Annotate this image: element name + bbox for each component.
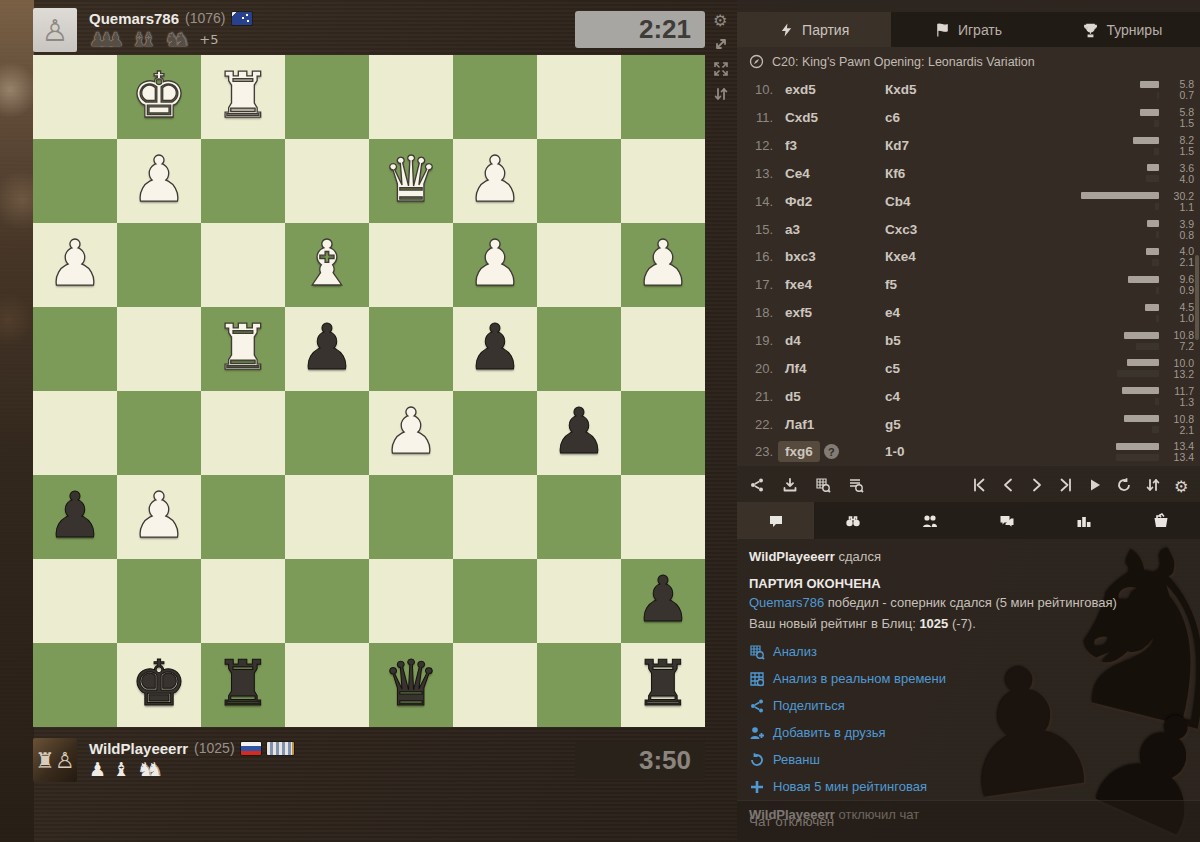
- restart-button[interactable]: [1114, 475, 1134, 495]
- tab-Играть[interactable]: Играть: [891, 12, 1045, 47]
- share-icon: [749, 698, 765, 714]
- square-r8c2[interactable]: ♚: [117, 643, 201, 727]
- white-bishop[interactable]: ♝: [285, 223, 369, 305]
- add-friend-icon: [749, 725, 765, 741]
- square-r4c1[interactable]: [33, 307, 117, 391]
- move-row: 23.fxg6?1-013.413.4: [737, 438, 1200, 466]
- square-r6c3[interactable]: [201, 475, 285, 559]
- black-move[interactable]: b5: [885, 333, 1003, 348]
- white-move[interactable]: Фd2: [785, 194, 812, 209]
- move-row: 10.exd5Кxd55.80.7: [737, 76, 1200, 104]
- question-badge-icon[interactable]: ?: [824, 444, 839, 459]
- black-move[interactable]: c5: [885, 361, 1003, 376]
- chat-input[interactable]: Чат отключен: [737, 800, 1200, 842]
- link-label: Новая 5 мин рейтинговая: [773, 779, 927, 795]
- move-time: 2.1: [1164, 424, 1194, 436]
- square-r7c5[interactable]: [369, 559, 453, 643]
- chess-photo-icon: ♜♙: [35, 748, 74, 773]
- next-button[interactable]: [1027, 475, 1047, 495]
- move-number: 23.: [737, 444, 773, 459]
- black-time-bar: [1156, 315, 1159, 322]
- flip-button[interactable]: [1143, 475, 1163, 495]
- square-r5c6[interactable]: [453, 391, 537, 475]
- square-r6c7[interactable]: [537, 475, 621, 559]
- white-pawn[interactable]: ♟: [117, 475, 201, 557]
- black-move[interactable]: c4: [885, 389, 1003, 404]
- square-r2c7[interactable]: [537, 139, 621, 223]
- link-label: Поделиться: [773, 698, 845, 714]
- social-tab-bubble[interactable]: [737, 502, 814, 539]
- social-tab-binoculars[interactable]: [814, 502, 891, 539]
- black-move[interactable]: g5: [885, 417, 1003, 432]
- player-name[interactable]: WildPlayeeerr: [89, 740, 188, 757]
- chat-username[interactable]: WildPlayeeerr: [749, 549, 835, 564]
- black-pawn[interactable]: ♟: [537, 391, 621, 473]
- move-row: 15.a3Сxc33.90.8: [737, 215, 1200, 243]
- link-rematch[interactable]: Реванш: [749, 752, 1200, 768]
- square-r1c6[interactable]: [453, 55, 537, 139]
- captured-piece-group: ♝♝: [131, 28, 157, 50]
- white-time-bar: [1116, 443, 1159, 450]
- black-move[interactable]: Кf6: [885, 166, 1003, 181]
- move-time: 2.1: [1164, 256, 1194, 268]
- move-row: 11.Сxd5c65.81.5: [737, 104, 1200, 132]
- square-r7c6[interactable]: [453, 559, 537, 643]
- black-move[interactable]: f5: [885, 277, 1003, 292]
- move-row: 22.Лаf1g510.82.1: [737, 410, 1200, 438]
- white-move[interactable]: exd5: [785, 82, 816, 97]
- square-r1c8[interactable]: [621, 55, 705, 139]
- captured-piece-group: ♟♟♟: [89, 28, 124, 50]
- move-row: 20.Лf4c510.013.2: [737, 354, 1200, 382]
- result-text: победил - соперник сдался (5 мин рейтинг…: [824, 595, 1117, 610]
- link-label: Реванш: [773, 752, 820, 768]
- move-time: 0.7: [1164, 89, 1194, 101]
- square-r2c2[interactable]: ♟: [117, 139, 201, 223]
- square-r2c8[interactable]: [621, 139, 705, 223]
- tab-Партия[interactable]: Партия: [737, 12, 891, 47]
- black-move[interactable]: Кxe4: [885, 249, 1003, 264]
- black-time-bar: [1155, 398, 1159, 405]
- move-row: 17.fxe4f59.60.9: [737, 271, 1200, 299]
- link-add-friend[interactable]: Добавить в друзья: [749, 725, 1200, 741]
- link-board-search[interactable]: Анализ: [749, 644, 1200, 660]
- square-r3c2[interactable]: [117, 223, 201, 307]
- side-panel: ♞ ♟ ♟ ПартияИгратьТурниры C20: King's Pa…: [737, 0, 1200, 842]
- square-r8c3[interactable]: ♜: [201, 643, 285, 727]
- square-r6c5[interactable]: [369, 475, 453, 559]
- player-captured-pieces: ♟♝♞♞: [89, 758, 294, 780]
- opponent-name[interactable]: Quemars786: [89, 10, 179, 27]
- white-rook[interactable]: ♜: [201, 55, 285, 137]
- white-pawn[interactable]: ♟: [621, 223, 705, 305]
- material-advantage: +5: [199, 32, 218, 47]
- square-r7c3[interactable]: [201, 559, 285, 643]
- svg-text:⚙: ⚙: [1174, 477, 1188, 493]
- square-r1c1[interactable]: [33, 55, 117, 139]
- link-label: Добавить в друзья: [773, 725, 886, 741]
- tab-Турниры[interactable]: Турниры: [1046, 12, 1200, 47]
- controls-row: ⚙: [737, 468, 1200, 502]
- black-pawn[interactable]: ♟: [33, 475, 117, 557]
- move-time: 1.0: [1164, 312, 1194, 324]
- flip-icon[interactable]: [712, 85, 730, 103]
- white-queen[interactable]: ♛: [369, 139, 453, 221]
- white-move[interactable]: a3: [785, 222, 800, 237]
- chess-board[interactable]: ♚♜♟♛♟♟♝♟♟♜♟♟♟♟♟♟♟♚♜♛♜: [33, 55, 705, 727]
- settings-button[interactable]: ⚙: [1172, 475, 1192, 495]
- black-move[interactable]: e4: [885, 305, 1003, 320]
- square-r2c6[interactable]: ♟: [453, 139, 537, 223]
- black-pawn[interactable]: ♟: [285, 307, 369, 389]
- player-clock: 3:50: [575, 742, 705, 779]
- app-window: ♙ Quemars786 (1076) ♟♟♟♝♝♞♞+5 2:21 ♚♜♟♛♟…: [0, 0, 1200, 842]
- expand-icon[interactable]: [712, 60, 730, 78]
- play-button[interactable]: [1085, 475, 1105, 495]
- pennant-icon: [935, 22, 950, 37]
- white-move[interactable]: exf5: [785, 305, 812, 320]
- square-r1c3[interactable]: ♜: [201, 55, 285, 139]
- tab-label: Турниры: [1106, 22, 1162, 38]
- square-r8c1[interactable]: [33, 643, 117, 727]
- player-bar: ♜♙ WildPlayeeerr (1025) ♟♝♞♞ 3:50: [33, 738, 705, 785]
- square-r3c6[interactable]: ♟: [453, 223, 537, 307]
- square-r4c8[interactable]: [621, 307, 705, 391]
- rematch-icon: [749, 752, 765, 768]
- white-time-bar: [1127, 359, 1159, 366]
- player-rating: (1025): [194, 740, 234, 756]
- square-r2c1[interactable]: [33, 139, 117, 223]
- chat-resigned-text: сдался: [835, 549, 881, 564]
- square-r8c4[interactable]: [285, 643, 369, 727]
- last-button[interactable]: [1056, 475, 1076, 495]
- white-time-bar: [1128, 276, 1159, 283]
- australia-flag-icon: [232, 12, 252, 25]
- move-number: 11.: [737, 110, 773, 125]
- move-row: 14.Фd2Сb430.21.1: [737, 187, 1200, 215]
- square-r7c8[interactable]: ♟: [621, 559, 705, 643]
- opening-name: C20: King's Pawn Opening: Leonardis Vari…: [772, 55, 1035, 69]
- captured-piece-group: ♞♞: [164, 28, 190, 50]
- black-time-bar: [1136, 343, 1159, 350]
- move-time: 7.2: [1164, 340, 1194, 352]
- white-time-bar: [1133, 137, 1159, 144]
- square-r8c7[interactable]: [537, 643, 621, 727]
- white-time-bar: [1147, 164, 1159, 171]
- stripes-badge-icon: [267, 742, 294, 755]
- black-time-bar: [1152, 426, 1159, 433]
- tab-label: Партия: [802, 22, 849, 38]
- square-r4c7[interactable]: [537, 307, 621, 391]
- white-move[interactable]: fxe4: [785, 277, 812, 292]
- move-number: 13.: [737, 166, 773, 181]
- square-r1c4[interactable]: [285, 55, 369, 139]
- black-time-bar: [1152, 259, 1159, 266]
- tab-label: Играть: [958, 22, 1002, 38]
- white-time-bar: [1140, 109, 1159, 116]
- svg-text:⚙: ⚙: [713, 11, 727, 27]
- russia-flag-icon: [241, 742, 261, 755]
- first-button[interactable]: [969, 475, 989, 495]
- white-pawn-icon: ♙: [42, 13, 69, 48]
- square-r5c4[interactable]: [285, 391, 369, 475]
- square-r5c8[interactable]: [621, 391, 705, 475]
- move-row: 13.Се4Кf63.64.0: [737, 160, 1200, 188]
- settings-icon[interactable]: ⚙: [712, 10, 730, 28]
- black-time-bar: [1155, 203, 1159, 210]
- black-time-bar: [1154, 148, 1159, 155]
- square-r3c4[interactable]: ♝: [285, 223, 369, 307]
- square-r4c6[interactable]: ♟: [453, 307, 537, 391]
- square-r4c2[interactable]: [117, 307, 201, 391]
- black-king[interactable]: ♚: [117, 643, 201, 725]
- square-r3c8[interactable]: ♟: [621, 223, 705, 307]
- new-rating-value: 1025: [919, 616, 948, 631]
- move-number: 17.: [737, 277, 773, 292]
- black-time-bar: [1156, 287, 1159, 294]
- captured-piece-group: ♟: [89, 758, 106, 780]
- black-pawn[interactable]: ♟: [453, 307, 537, 389]
- prev-button[interactable]: [998, 475, 1018, 495]
- square-r8c5[interactable]: ♛: [369, 643, 453, 727]
- white-move[interactable]: Се4: [785, 166, 810, 181]
- square-r7c1[interactable]: [33, 559, 117, 643]
- opening-row: C20: King's Pawn Opening: Leonardis Vari…: [737, 47, 1200, 76]
- move-row: 19.d4b510.87.2: [737, 327, 1200, 355]
- square-r4c4[interactable]: ♟: [285, 307, 369, 391]
- white-move[interactable]: d4: [785, 333, 801, 348]
- square-r6c2[interactable]: ♟: [117, 475, 201, 559]
- black-queen[interactable]: ♛: [369, 643, 453, 725]
- move-number: 16.: [737, 249, 773, 264]
- square-r6c4[interactable]: [285, 475, 369, 559]
- move-time: 1.1: [1164, 201, 1194, 213]
- panel-tab-bar: ПартияИгратьТурниры: [737, 12, 1200, 47]
- black-move[interactable]: Кxd5: [885, 82, 1003, 97]
- movelist-scrollbar[interactable]: [1195, 255, 1199, 340]
- square-r8c6[interactable]: [453, 643, 537, 727]
- move-number: 19.: [737, 333, 773, 348]
- new-rating-delta: (-7).: [948, 616, 975, 631]
- opponent-captured-pieces: ♟♟♟♝♝♞♞+5: [89, 28, 252, 50]
- link-label: Анализ в реальном времени: [773, 671, 946, 687]
- compass-icon: [749, 54, 764, 69]
- square-r2c3[interactable]: [201, 139, 285, 223]
- white-time-bar: [1140, 81, 1159, 88]
- move-time: 4.0: [1164, 173, 1194, 185]
- link-plus[interactable]: Новая 5 мин рейтинговая: [749, 779, 1200, 795]
- move-time: 13.2: [1164, 368, 1194, 380]
- square-r5c2[interactable]: [117, 391, 201, 475]
- opponent-rating: (1076): [185, 10, 225, 26]
- opponent-bar: ♙ Quemars786 (1076) ♟♟♟♝♝♞♞+5 2:21: [33, 8, 705, 55]
- board-search-button[interactable]: [813, 475, 833, 495]
- black-move[interactable]: 1-0: [885, 444, 1003, 459]
- move-number: 20.: [737, 361, 773, 376]
- move-number: 22.: [737, 417, 773, 432]
- black-rook[interactable]: ♜: [621, 643, 705, 725]
- square-r3c1[interactable]: ♟: [33, 223, 117, 307]
- square-r6c8[interactable]: [621, 475, 705, 559]
- plus-icon: [749, 779, 765, 795]
- grid-analysis-icon: [749, 671, 765, 687]
- black-time-bar: [1146, 175, 1159, 182]
- background-photo-wood-pieces: [0, 0, 34, 842]
- square-r5c1[interactable]: [33, 391, 117, 475]
- new-rating-prefix: Ваш новый рейтинг в Блиц:: [749, 616, 919, 631]
- square-r7c4[interactable]: [285, 559, 369, 643]
- move-number: 18.: [737, 305, 773, 320]
- move-row: 12.f3Кd78.21.5: [737, 132, 1200, 160]
- square-r7c2[interactable]: [117, 559, 201, 643]
- white-pawn[interactable]: ♟: [453, 139, 537, 221]
- move-number: 21.: [737, 389, 773, 404]
- white-pawn[interactable]: ♟: [33, 223, 117, 305]
- board-search-icon: [749, 644, 765, 660]
- white-move[interactable]: Лаf1: [785, 417, 814, 432]
- white-pawn[interactable]: ♟: [117, 139, 201, 221]
- black-move[interactable]: c6: [885, 110, 1003, 125]
- black-time-bar: [1116, 454, 1159, 461]
- square-r4c5[interactable]: [369, 307, 453, 391]
- black-time-bar: [1154, 120, 1159, 127]
- black-move[interactable]: Кd7: [885, 138, 1003, 153]
- board-tools: ⚙: [708, 10, 734, 103]
- move-row: 18.exf5e44.51.0: [737, 299, 1200, 327]
- link-grid-analysis[interactable]: Анализ в реальном времени: [749, 671, 1200, 687]
- opponent-clock: 2:21: [575, 11, 705, 48]
- white-time-bar: [1145, 304, 1159, 311]
- black-time-bar: [1117, 370, 1159, 377]
- move-number: 14.: [737, 194, 773, 209]
- move-row: 16.bxc3Кxe44.02.1: [737, 243, 1200, 271]
- white-move[interactable]: d5: [785, 389, 801, 404]
- square-r1c5[interactable]: [369, 55, 453, 139]
- move-number: 12.: [737, 138, 773, 153]
- white-pawn[interactable]: ♟: [369, 391, 453, 473]
- square-r2c5[interactable]: ♛: [369, 139, 453, 223]
- move-time: 0.8: [1164, 229, 1194, 241]
- square-r8c8[interactable]: ♜: [621, 643, 705, 727]
- lightning-icon: [779, 22, 794, 37]
- square-r6c6[interactable]: [453, 475, 537, 559]
- square-r1c2[interactable]: ♚: [117, 55, 201, 139]
- white-move[interactable]: Сxd5: [785, 110, 818, 125]
- square-r3c3[interactable]: [201, 223, 285, 307]
- black-time-bar: [1157, 92, 1159, 99]
- white-pawn[interactable]: ♟: [453, 223, 537, 305]
- black-time-bar: [1156, 231, 1159, 238]
- white-time-bar: [1147, 220, 1159, 227]
- square-r1c7[interactable]: [537, 55, 621, 139]
- player-avatar[interactable]: ♜♙: [33, 738, 77, 782]
- trophy-icon: [1083, 22, 1098, 37]
- square-r7c7[interactable]: [537, 559, 621, 643]
- move-list: 10.exd5Кxd55.80.711.Сxd5c65.81.512.f3Кd7…: [737, 76, 1200, 466]
- sheet-search-button[interactable]: [846, 475, 866, 495]
- white-king[interactable]: ♚: [117, 55, 201, 137]
- move-row: 21.d5c411.71.3: [737, 382, 1200, 410]
- white-time-bar: [1122, 387, 1159, 394]
- game-over-heading: ПАРТИЯ ОКОНЧЕНА: [749, 576, 1200, 591]
- share-button[interactable]: [747, 475, 767, 495]
- move-time: 0.9: [1164, 284, 1194, 296]
- move-time: 1.5: [1164, 145, 1194, 157]
- link-share[interactable]: Поделиться: [749, 698, 1200, 714]
- square-r3c7[interactable]: [537, 223, 621, 307]
- chat-area: WildPlayeeerr сдался ПАРТИЯ ОКОНЧЕНА Que…: [737, 539, 1200, 799]
- move-number: 15.: [737, 222, 773, 237]
- white-move[interactable]: f3: [785, 138, 797, 153]
- black-rook[interactable]: ♜: [201, 643, 285, 725]
- captured-piece-group: ♝: [113, 758, 130, 780]
- white-time-bar: [1124, 332, 1159, 339]
- square-r5c7[interactable]: ♟: [537, 391, 621, 475]
- resize-icon[interactable]: [712, 35, 730, 53]
- move-number: 10.: [737, 82, 773, 97]
- link-label: Анализ: [773, 644, 817, 660]
- black-pawn[interactable]: ♟: [621, 559, 705, 641]
- black-move[interactable]: Сb4: [885, 194, 1003, 209]
- move-time: 1.5: [1164, 117, 1194, 129]
- square-r5c3[interactable]: [201, 391, 285, 475]
- white-time-bar: [1146, 248, 1159, 255]
- captured-piece-group: ♞♞: [137, 758, 163, 780]
- move-time: 1.3: [1164, 396, 1194, 408]
- white-move[interactable]: bxc3: [785, 249, 816, 264]
- white-time-bar: [1081, 192, 1159, 199]
- square-r6c1[interactable]: ♟: [33, 475, 117, 559]
- white-time-bar: [1124, 415, 1159, 422]
- square-r4c3[interactable]: ♜: [201, 307, 285, 391]
- square-r3c5[interactable]: [369, 223, 453, 307]
- opponent-avatar[interactable]: ♙: [33, 8, 77, 52]
- square-r2c4[interactable]: [285, 139, 369, 223]
- white-move[interactable]: Лf4: [785, 361, 806, 376]
- move-time: 13.4: [1164, 451, 1194, 463]
- winner-name-link[interactable]: Quemars786: [749, 595, 824, 610]
- square-r5c5[interactable]: ♟: [369, 391, 453, 475]
- black-move[interactable]: Сxc3: [885, 222, 1003, 237]
- white-rook[interactable]: ♜: [201, 307, 285, 389]
- white-move[interactable]: fxg6: [778, 441, 820, 462]
- download-button[interactable]: [780, 475, 800, 495]
